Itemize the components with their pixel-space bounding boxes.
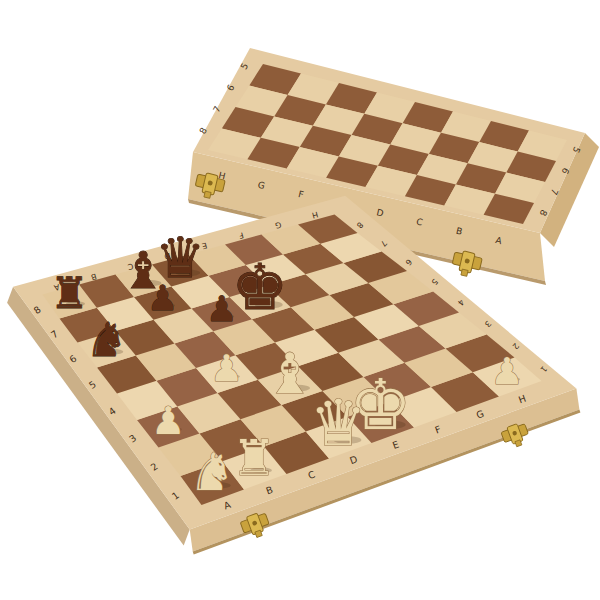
piece-glyph: ♞ <box>85 312 127 367</box>
piece-glyph: ♟ <box>147 278 178 318</box>
piece-black-king-e6[interactable]: ♚ <box>232 250 289 324</box>
piece-white-rook-b1[interactable]: ♜ <box>232 429 276 487</box>
piece-white-bishop-d3[interactable]: ♝ <box>265 341 315 406</box>
piece-white-queen-d1[interactable]: ♛ <box>310 386 367 460</box>
piece-glyph: ♚ <box>232 250 289 324</box>
piece-glyph: ♜ <box>50 268 89 318</box>
piece-black-pawn-c7[interactable]: ♟ <box>147 278 178 318</box>
piece-glyph: ♞ <box>189 442 236 502</box>
piece-glyph: ♟ <box>490 350 523 393</box>
piece-glyph: ♟ <box>210 347 243 390</box>
piece-glyph: ♛ <box>310 386 367 460</box>
chess-set-photo-svg: HGFEDCBA56785678AABBCCDDEEFFGGHH11223344… <box>0 0 600 600</box>
piece-black-rook-a8[interactable]: ♜ <box>50 268 89 318</box>
piece-white-pawn-c4[interactable]: ♟ <box>210 347 243 390</box>
piece-black-knight-a6[interactable]: ♞ <box>85 312 127 367</box>
piece-black-pawn-d6[interactable]: ♟ <box>206 289 237 329</box>
piece-white-knight-a1[interactable]: ♞ <box>189 442 236 502</box>
piece-glyph: ♟ <box>151 398 185 443</box>
product-photo-chess-set: HGFEDCBA56785678AABBCCDDEEFFGGHH11223344… <box>0 0 600 600</box>
piece-glyph: ♟ <box>206 289 237 329</box>
piece-glyph: ♜ <box>232 429 276 487</box>
piece-white-pawn-a3[interactable]: ♟ <box>151 398 185 443</box>
piece-glyph: ♝ <box>265 341 315 406</box>
piece-white-pawn-h1[interactable]: ♟ <box>490 350 523 393</box>
